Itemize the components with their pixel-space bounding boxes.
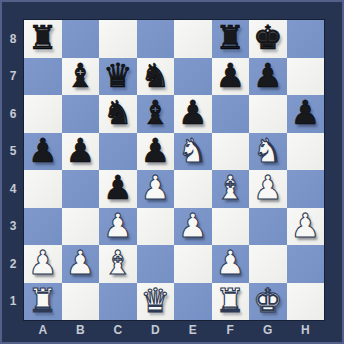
square-h7[interactable]	[287, 58, 325, 96]
square-f5[interactable]	[212, 133, 250, 171]
white-pawn: ♟	[140, 171, 170, 204]
square-g1[interactable]: ♚	[249, 283, 287, 321]
white-knight: ♞	[253, 134, 283, 167]
file-label-g: G	[249, 320, 287, 340]
board: ♜♜♚♝♛♞♟♟♞♝♟♟♟♟♟♞♞♟♟♝♟♟♟♟♟♟♝♟♜♛♜♚	[24, 20, 324, 320]
square-b4[interactable]	[62, 170, 100, 208]
square-d4[interactable]: ♟	[137, 170, 175, 208]
square-e2[interactable]	[174, 245, 212, 283]
black-pawn: ♟	[140, 134, 170, 167]
square-c1[interactable]	[99, 283, 137, 321]
square-c2[interactable]: ♝	[99, 245, 137, 283]
black-pawn: ♟	[28, 134, 58, 167]
square-g8[interactable]: ♚	[249, 20, 287, 58]
black-pawn: ♟	[290, 96, 320, 129]
square-h4[interactable]	[287, 170, 325, 208]
white-bishop: ♝	[103, 246, 133, 279]
square-c6[interactable]: ♞	[99, 95, 137, 133]
black-knight: ♞	[140, 59, 170, 92]
black-bishop: ♝	[140, 96, 170, 129]
square-h2[interactable]	[287, 245, 325, 283]
file-label-b: B	[62, 320, 100, 340]
white-pawn: ♟	[253, 171, 283, 204]
square-a4[interactable]	[24, 170, 62, 208]
square-a3[interactable]	[24, 208, 62, 246]
white-queen: ♛	[140, 284, 170, 317]
square-e4[interactable]	[174, 170, 212, 208]
square-f4[interactable]: ♝	[212, 170, 250, 208]
white-king: ♚	[253, 284, 283, 317]
square-d1[interactable]: ♛	[137, 283, 175, 321]
square-f7[interactable]: ♟	[212, 58, 250, 96]
square-c4[interactable]: ♟	[99, 170, 137, 208]
rank-label-5: 5	[2, 133, 24, 171]
square-e1[interactable]	[174, 283, 212, 321]
square-e3[interactable]: ♟	[174, 208, 212, 246]
rank-labels: 87654321	[2, 20, 24, 320]
black-rook: ♜	[28, 21, 58, 54]
square-e6[interactable]: ♟	[174, 95, 212, 133]
rank-label-2: 2	[2, 245, 24, 283]
square-a7[interactable]	[24, 58, 62, 96]
square-f8[interactable]: ♜	[212, 20, 250, 58]
file-label-a: A	[24, 320, 62, 340]
rank-label-8: 8	[2, 20, 24, 58]
white-rook: ♜	[215, 284, 245, 317]
file-label-f: F	[212, 320, 250, 340]
square-d8[interactable]	[137, 20, 175, 58]
black-pawn: ♟	[178, 96, 208, 129]
square-g4[interactable]: ♟	[249, 170, 287, 208]
square-h5[interactable]	[287, 133, 325, 171]
white-pawn: ♟	[28, 246, 58, 279]
square-b7[interactable]: ♝	[62, 58, 100, 96]
square-b6[interactable]	[62, 95, 100, 133]
square-f2[interactable]: ♟	[212, 245, 250, 283]
white-bishop: ♝	[215, 171, 245, 204]
file-label-d: D	[137, 320, 175, 340]
square-h1[interactable]	[287, 283, 325, 321]
square-f3[interactable]	[212, 208, 250, 246]
white-pawn: ♟	[215, 246, 245, 279]
rank-label-4: 4	[2, 170, 24, 208]
square-a8[interactable]: ♜	[24, 20, 62, 58]
black-rook: ♜	[215, 21, 245, 54]
black-pawn: ♟	[65, 134, 95, 167]
chess-board-diagram: 87654321 ♜♜♚♝♛♞♟♟♞♝♟♟♟♟♟♞♞♟♟♝♟♟♟♟♟♟♝♟♜♛♜…	[0, 0, 344, 344]
rank-label-3: 3	[2, 208, 24, 246]
square-g3[interactable]	[249, 208, 287, 246]
square-g6[interactable]	[249, 95, 287, 133]
square-f1[interactable]: ♜	[212, 283, 250, 321]
square-d6[interactable]: ♝	[137, 95, 175, 133]
black-king: ♚	[253, 21, 283, 54]
white-pawn: ♟	[178, 209, 208, 242]
white-rook: ♜	[28, 284, 58, 317]
square-b8[interactable]	[62, 20, 100, 58]
file-label-c: C	[99, 320, 137, 340]
square-h8[interactable]	[287, 20, 325, 58]
rank-label-1: 1	[2, 283, 24, 321]
square-c5[interactable]	[99, 133, 137, 171]
square-d3[interactable]	[137, 208, 175, 246]
black-queen: ♛	[103, 59, 133, 92]
square-e7[interactable]	[174, 58, 212, 96]
file-label-h: H	[287, 320, 325, 340]
black-pawn: ♟	[215, 59, 245, 92]
square-b3[interactable]	[62, 208, 100, 246]
square-d5[interactable]: ♟	[137, 133, 175, 171]
white-pawn: ♟	[290, 209, 320, 242]
square-b1[interactable]	[62, 283, 100, 321]
square-h6[interactable]: ♟	[287, 95, 325, 133]
square-g2[interactable]	[249, 245, 287, 283]
square-c3[interactable]: ♟	[99, 208, 137, 246]
square-b5[interactable]: ♟	[62, 133, 100, 171]
square-b2[interactable]: ♟	[62, 245, 100, 283]
black-pawn: ♟	[103, 171, 133, 204]
square-h3[interactable]: ♟	[287, 208, 325, 246]
square-a2[interactable]: ♟	[24, 245, 62, 283]
square-d7[interactable]: ♞	[137, 58, 175, 96]
square-g5[interactable]: ♞	[249, 133, 287, 171]
square-d2[interactable]	[137, 245, 175, 283]
rank-label-6: 6	[2, 95, 24, 133]
rank-label-7: 7	[2, 58, 24, 96]
black-bishop: ♝	[65, 59, 95, 92]
white-pawn: ♟	[65, 246, 95, 279]
file-label-e: E	[174, 320, 212, 340]
square-a1[interactable]: ♜	[24, 283, 62, 321]
square-c7[interactable]: ♛	[99, 58, 137, 96]
square-c8[interactable]	[99, 20, 137, 58]
white-knight: ♞	[178, 134, 208, 167]
square-e5[interactable]: ♞	[174, 133, 212, 171]
square-a6[interactable]	[24, 95, 62, 133]
square-g7[interactable]: ♟	[249, 58, 287, 96]
square-a5[interactable]: ♟	[24, 133, 62, 171]
square-e8[interactable]	[174, 20, 212, 58]
black-pawn: ♟	[253, 59, 283, 92]
black-knight: ♞	[103, 96, 133, 129]
square-f6[interactable]	[212, 95, 250, 133]
file-labels: ABCDEFGH	[24, 320, 324, 340]
white-pawn: ♟	[103, 209, 133, 242]
